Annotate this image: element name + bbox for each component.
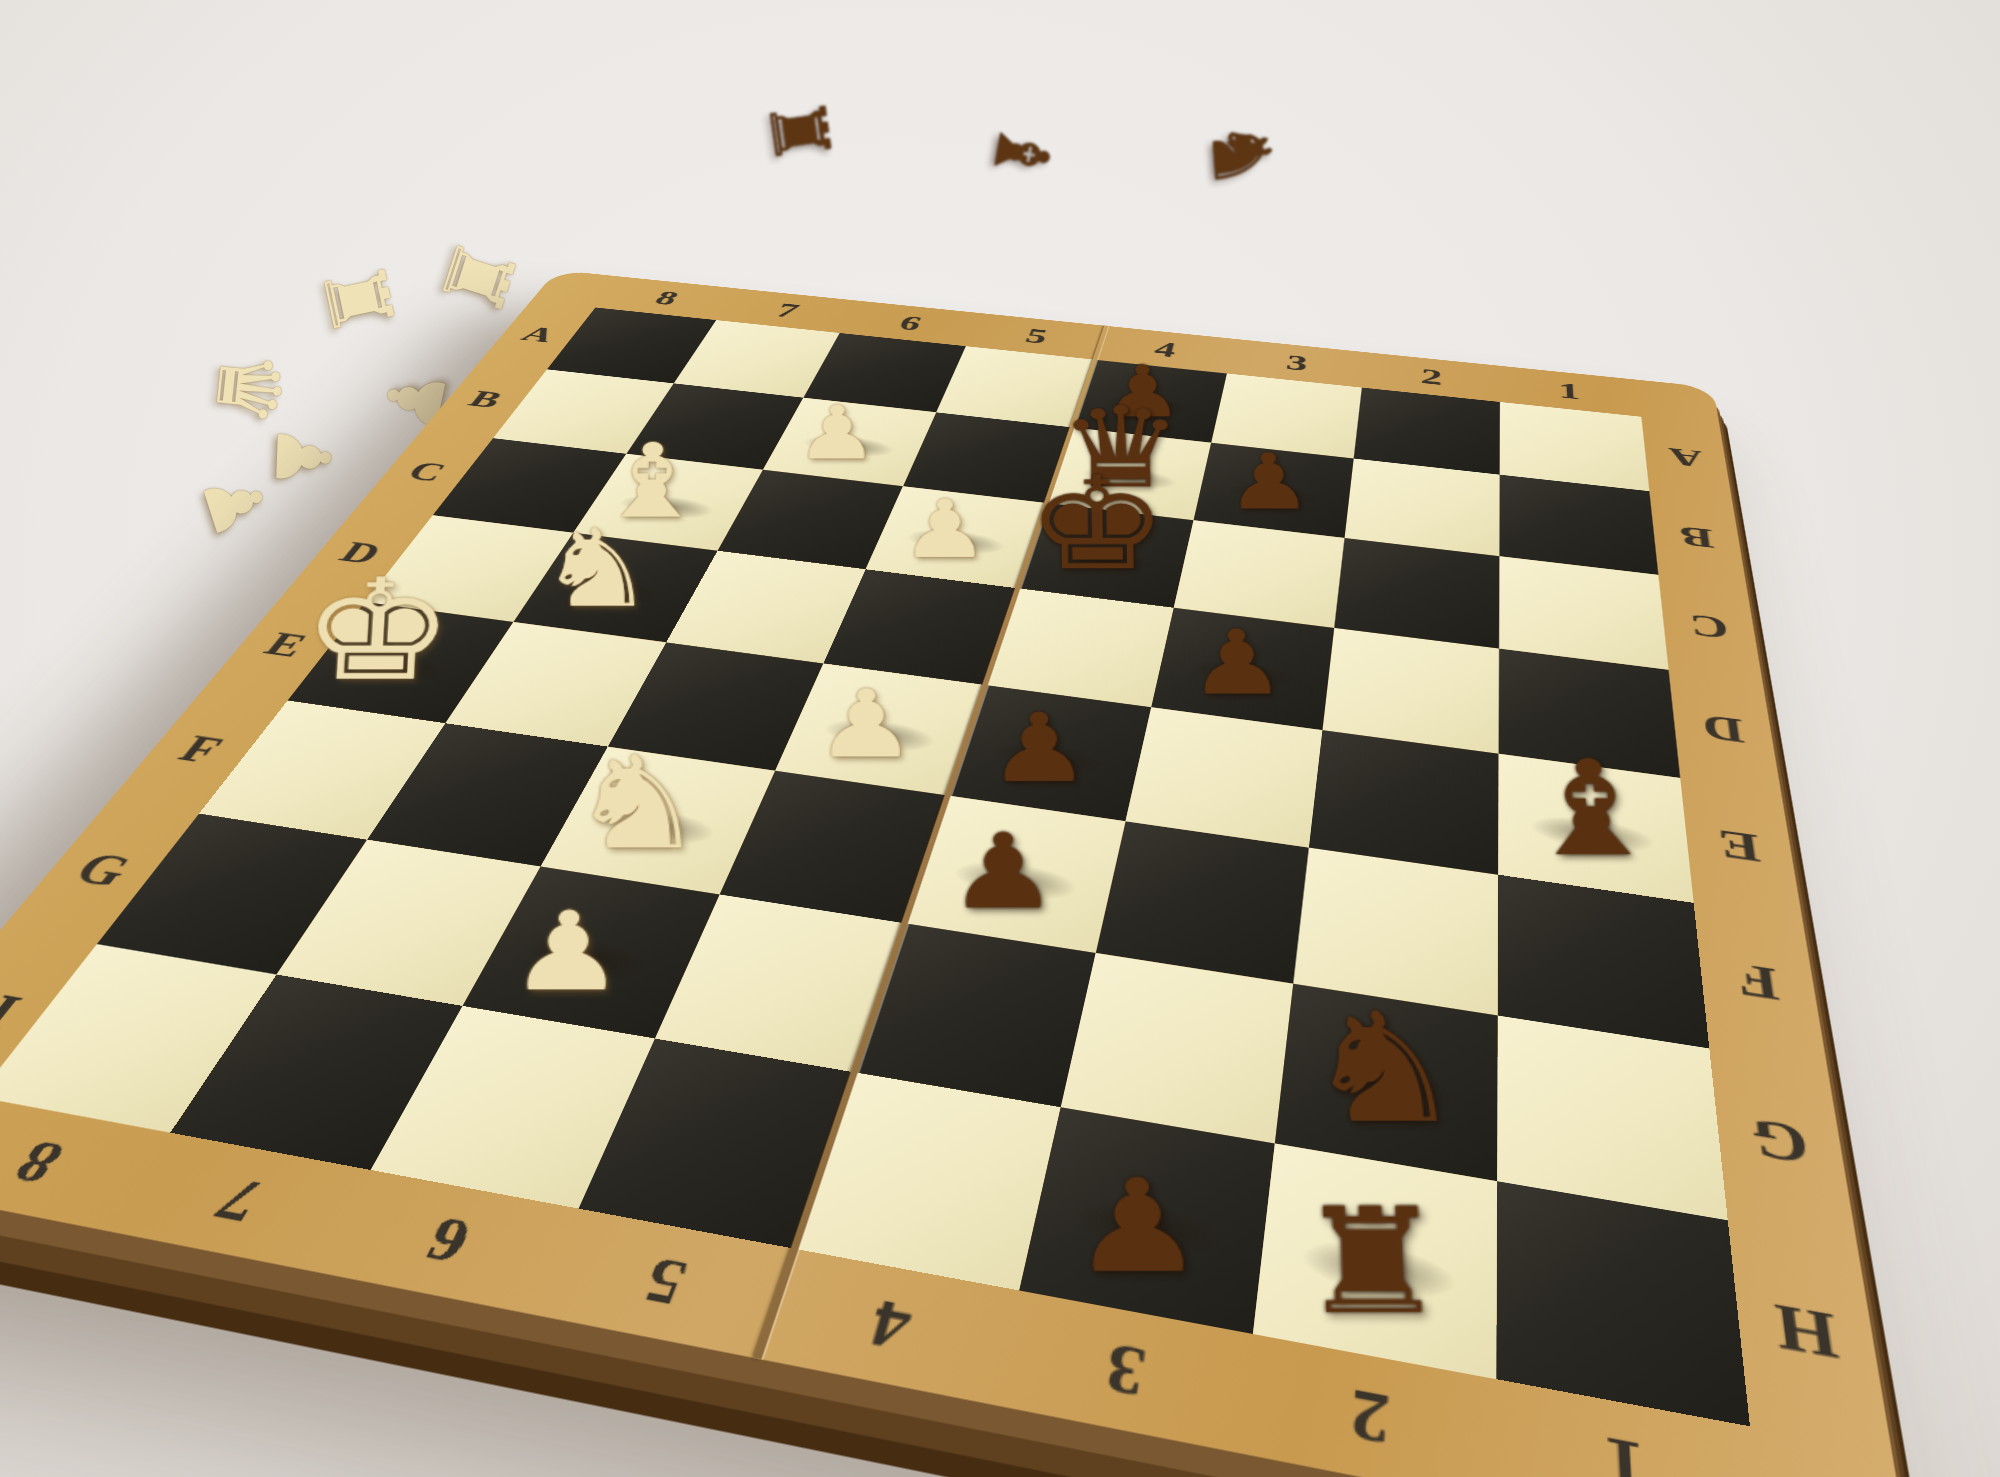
piece-shadow <box>1186 655 1300 695</box>
coord-text: 7 <box>205 1168 273 1232</box>
piece-shadow <box>1530 811 1657 860</box>
coord-text: 5 <box>1023 325 1051 346</box>
coord-text: 2 <box>1420 365 1443 388</box>
square-h2: ♜ <box>1253 1144 1497 1380</box>
square-e1: ♝ <box>1498 754 1693 903</box>
square-f8 <box>199 701 445 840</box>
coord-text: G <box>66 846 140 893</box>
coord-text: F <box>172 729 231 769</box>
coord-text: C <box>1688 609 1730 644</box>
coord-label-right-H: H <box>1728 1220 1892 1452</box>
board-wood-face: 87654321A♟AB♟♛♟BC♝♟♚CD♞♟DE♚♟♟♝EF♞♟FG♟♞GH… <box>0 270 1914 1477</box>
coord-text: 1 <box>1558 379 1581 402</box>
coord-text: 8 <box>651 288 683 308</box>
coord-label-right-B: B <box>1649 491 1746 585</box>
piece-shadow <box>1070 1193 1227 1268</box>
coord-text: 4 <box>1152 338 1178 360</box>
coord-label-right-F: F <box>1694 903 1828 1067</box>
piece-shadow <box>798 432 898 461</box>
piece-shadow <box>1224 480 1325 511</box>
coord-label-right-G: G <box>1709 1048 1856 1242</box>
coord-text: D <box>334 537 388 568</box>
piece-shadow <box>818 714 940 757</box>
coord-label-bottom-2: 2 <box>1239 1334 1496 1477</box>
square-b1 <box>1499 475 1658 575</box>
square-h1 <box>1496 1181 1750 1426</box>
coord-text: H <box>1771 1293 1841 1369</box>
coord-text: A <box>1667 444 1704 471</box>
coord-text: 4 <box>863 1289 917 1361</box>
coord-label-right-C: C <box>1658 575 1762 682</box>
square-e3 <box>1125 707 1322 847</box>
coord-text: E <box>1716 823 1762 868</box>
square-d3: ♟ <box>1151 608 1334 730</box>
coord-text: 2 <box>1348 1377 1391 1455</box>
piece-shadow <box>518 932 660 989</box>
coord-text: 3 <box>1285 352 1309 374</box>
coord-text: 7 <box>772 300 803 320</box>
chess-board-grid: 87654321A♟AB♟♛♟BC♝♟♚CD♞♟DE♚♟♟♝EF♞♟FG♟♞GH… <box>0 270 1914 1477</box>
coord-text: 3 <box>1100 1332 1149 1407</box>
square-c2 <box>1334 538 1499 648</box>
piece-shadow <box>613 491 719 523</box>
scene: 87654321A♟AB♟♛♟BC♝♟♚CD♞♟DE♚♟♟♝EF♞♟FG♟♞GH… <box>0 0 2000 1477</box>
square-c1 <box>1499 556 1669 669</box>
piece-shadow <box>337 649 457 689</box>
coord-label-right-A: A <box>1641 417 1732 501</box>
piece-shadow <box>1079 463 1180 494</box>
piece-shadow <box>1052 543 1159 577</box>
piece-shadow <box>1102 392 1197 419</box>
coord-text: G <box>1748 1109 1811 1172</box>
coord-text: A <box>517 323 560 345</box>
photo-canvas: { "game": "chess", "scene_caption": "Fol… <box>0 0 2000 1477</box>
square-a2 <box>1354 388 1500 475</box>
coord-text: E <box>258 627 314 662</box>
coord-text: 6 <box>416 1207 480 1273</box>
coord-text: 1 <box>1603 1424 1648 1477</box>
coord-label-right-D: D <box>1669 670 1781 792</box>
piece-shadow <box>988 737 1110 782</box>
coord-text: B <box>464 387 508 411</box>
square-d4 <box>985 588 1174 707</box>
piece-shadow <box>557 575 670 611</box>
coord-text: 8 <box>3 1131 74 1192</box>
piece-shadow <box>1317 1059 1461 1124</box>
piece-shadow <box>1299 1232 1457 1310</box>
piece-dark-pawn: ♟ <box>987 701 1091 796</box>
coord-text: D <box>1700 709 1745 748</box>
piece-shadow <box>902 526 1009 560</box>
coord-label-right-E: E <box>1680 778 1802 919</box>
coord-label-left-G: G <box>2 800 199 944</box>
coord-text: C <box>402 457 452 485</box>
piece-white-knight: ♞ <box>566 739 709 867</box>
coord-text: H <box>0 981 31 1036</box>
piece-shadow <box>949 856 1081 908</box>
piece-shadow <box>591 803 722 852</box>
coord-text: 6 <box>896 313 925 334</box>
chess-board: 87654321A♟AB♟♛♟BC♝♟♚CD♞♟DE♚♟♟♝EF♞♟FG♟♞GH… <box>0 270 1914 1477</box>
coord-text: 5 <box>635 1247 694 1316</box>
coord-text: B <box>1678 522 1715 552</box>
coord-text: F <box>1735 956 1781 1008</box>
